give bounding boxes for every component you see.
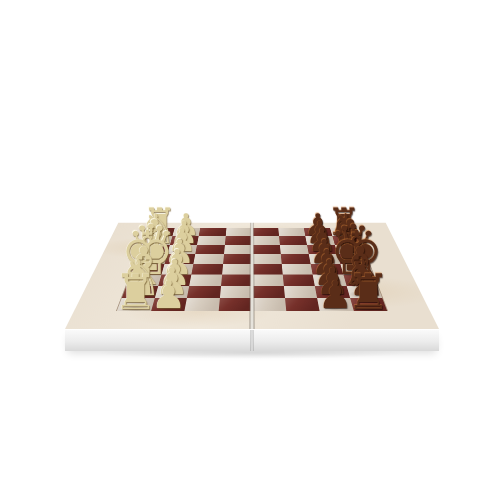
- square-f6[interactable]: [282, 274, 314, 285]
- square-c5[interactable]: [252, 245, 280, 254]
- square-e6[interactable]: [281, 264, 312, 275]
- square-g5[interactable]: [252, 286, 285, 298]
- square-c4[interactable]: [224, 245, 252, 254]
- black-rook[interactable]: ♜: [347, 268, 391, 317]
- square-a6[interactable]: [278, 228, 305, 236]
- square-e5[interactable]: [252, 264, 282, 275]
- square-d6[interactable]: [280, 254, 310, 264]
- square-c3[interactable]: [195, 245, 224, 254]
- product-photo-stage: ♜♟♟♜♞♟♟♞♝♟♟♝♛♟♟♛♚♟♟♚♝♟♟♝♞♟♟♞♜♟♟♜: [0, 0, 500, 500]
- square-c6[interactable]: [279, 245, 308, 254]
- square-g3[interactable]: [187, 286, 221, 298]
- square-e4[interactable]: [222, 264, 252, 275]
- square-b3[interactable]: [197, 236, 225, 245]
- square-a4[interactable]: [225, 228, 252, 236]
- square-d5[interactable]: [252, 254, 281, 264]
- square-b4[interactable]: [225, 236, 252, 245]
- square-h5[interactable]: [252, 298, 286, 311]
- square-f5[interactable]: [252, 274, 283, 285]
- square-e3[interactable]: [191, 264, 222, 275]
- square-b6[interactable]: [279, 236, 307, 245]
- square-f3[interactable]: [189, 274, 221, 285]
- square-g4[interactable]: [219, 286, 252, 298]
- square-a5[interactable]: [252, 228, 279, 236]
- square-h4[interactable]: [218, 298, 252, 311]
- board-case-front-edge: [65, 329, 439, 351]
- hinge-seam-front-icon: [251, 330, 254, 351]
- square-d3[interactable]: [193, 254, 223, 264]
- square-g6[interactable]: [283, 286, 317, 298]
- hinge-seam-icon: [250, 223, 255, 329]
- square-f4[interactable]: [221, 274, 252, 285]
- square-h3[interactable]: [184, 298, 219, 311]
- square-d4[interactable]: [223, 254, 252, 264]
- white-pawn[interactable]: ♟: [152, 277, 186, 315]
- square-h6[interactable]: [285, 298, 320, 311]
- square-b5[interactable]: [252, 236, 279, 245]
- square-a3[interactable]: [199, 228, 226, 236]
